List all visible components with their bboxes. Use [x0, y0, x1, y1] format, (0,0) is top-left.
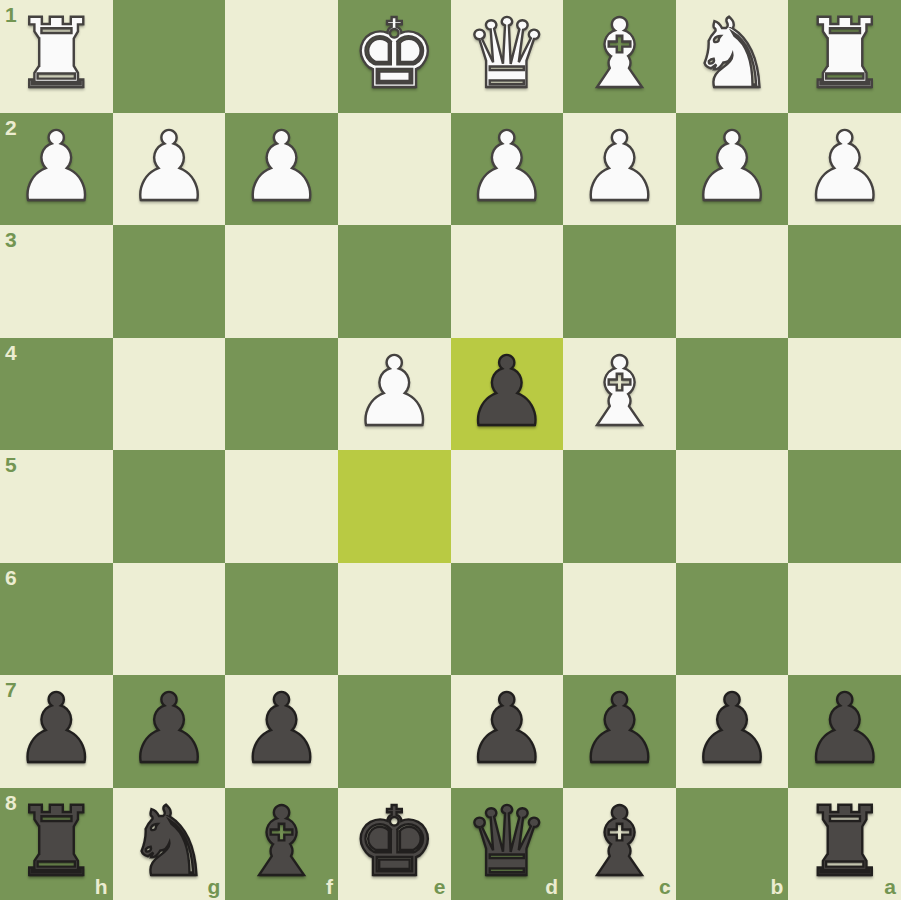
- square-d7[interactable]: ♟: [451, 675, 564, 788]
- square-e6[interactable]: [338, 563, 451, 676]
- rank-label-3: 3: [5, 229, 17, 250]
- square-h2[interactable]: 2♟: [0, 113, 113, 226]
- square-g5[interactable]: [113, 450, 226, 563]
- square-e7[interactable]: [338, 675, 451, 788]
- square-e5[interactable]: [338, 450, 451, 563]
- white-bishop[interactable]: ♝: [576, 344, 662, 440]
- square-e2[interactable]: [338, 113, 451, 226]
- square-d5[interactable]: [451, 450, 564, 563]
- square-e3[interactable]: [338, 225, 451, 338]
- square-c2[interactable]: ♟: [563, 113, 676, 226]
- square-c8[interactable]: c♝: [563, 788, 676, 900]
- square-h5[interactable]: 5: [0, 450, 113, 563]
- white-knight[interactable]: ♞: [689, 6, 775, 102]
- white-pawn[interactable]: ♟: [802, 119, 888, 215]
- black-pawn[interactable]: ♟: [576, 681, 662, 777]
- black-king[interactable]: ♚: [351, 794, 437, 890]
- square-h3[interactable]: 3: [0, 225, 113, 338]
- square-c4[interactable]: ♝: [563, 338, 676, 451]
- square-h6[interactable]: 6: [0, 563, 113, 676]
- square-b2[interactable]: ♟: [676, 113, 789, 226]
- file-label-f: f: [326, 876, 333, 897]
- square-b7[interactable]: ♟: [676, 675, 789, 788]
- white-pawn[interactable]: ♟: [689, 119, 775, 215]
- black-pawn[interactable]: ♟: [13, 681, 99, 777]
- square-a7[interactable]: ♟: [788, 675, 901, 788]
- white-pawn[interactable]: ♟: [13, 119, 99, 215]
- square-b6[interactable]: [676, 563, 789, 676]
- square-a5[interactable]: [788, 450, 901, 563]
- black-bishop[interactable]: ♝: [576, 794, 662, 890]
- square-b5[interactable]: [676, 450, 789, 563]
- white-king[interactable]: ♚: [351, 6, 437, 102]
- square-b4[interactable]: [676, 338, 789, 451]
- square-g4[interactable]: [113, 338, 226, 451]
- square-f8[interactable]: f♝: [225, 788, 338, 900]
- square-h1[interactable]: 1♜: [0, 0, 113, 113]
- square-f7[interactable]: ♟: [225, 675, 338, 788]
- white-rook[interactable]: ♜: [802, 6, 888, 102]
- square-f4[interactable]: [225, 338, 338, 451]
- square-c6[interactable]: [563, 563, 676, 676]
- square-c5[interactable]: [563, 450, 676, 563]
- square-d3[interactable]: [451, 225, 564, 338]
- rank-label-4: 4: [5, 342, 17, 363]
- square-a4[interactable]: [788, 338, 901, 451]
- square-h4[interactable]: 4: [0, 338, 113, 451]
- black-pawn[interactable]: ♟: [464, 681, 550, 777]
- square-f5[interactable]: [225, 450, 338, 563]
- file-label-b: b: [771, 876, 784, 897]
- square-b8[interactable]: b: [676, 788, 789, 900]
- white-bishop[interactable]: ♝: [576, 6, 662, 102]
- square-e4[interactable]: ♟: [338, 338, 451, 451]
- square-d6[interactable]: [451, 563, 564, 676]
- square-f2[interactable]: ♟: [225, 113, 338, 226]
- square-h8[interactable]: 8h♜: [0, 788, 113, 900]
- square-g8[interactable]: g♞: [113, 788, 226, 900]
- white-pawn[interactable]: ♟: [464, 119, 550, 215]
- black-knight[interactable]: ♞: [126, 794, 212, 890]
- square-b3[interactable]: [676, 225, 789, 338]
- white-pawn[interactable]: ♟: [576, 119, 662, 215]
- square-g1[interactable]: [113, 0, 226, 113]
- square-e1[interactable]: ♚: [338, 0, 451, 113]
- square-d4[interactable]: ♟: [451, 338, 564, 451]
- square-a6[interactable]: [788, 563, 901, 676]
- square-f3[interactable]: [225, 225, 338, 338]
- white-pawn[interactable]: ♟: [351, 344, 437, 440]
- black-rook[interactable]: ♜: [13, 794, 99, 890]
- white-rook[interactable]: ♜: [13, 6, 99, 102]
- square-d2[interactable]: ♟: [451, 113, 564, 226]
- chess-board: 1♜♚♛♝♞♜2♟♟♟♟♟♟♟34♟♟♝567♟♟♟♟♟♟♟8h♜g♞f♝e♚d…: [0, 0, 901, 900]
- rank-label-6: 6: [5, 567, 17, 588]
- white-pawn[interactable]: ♟: [126, 119, 212, 215]
- black-pawn[interactable]: ♟: [126, 681, 212, 777]
- square-e8[interactable]: e♚: [338, 788, 451, 900]
- square-g6[interactable]: [113, 563, 226, 676]
- black-pawn[interactable]: ♟: [802, 681, 888, 777]
- square-b1[interactable]: ♞: [676, 0, 789, 113]
- square-g7[interactable]: ♟: [113, 675, 226, 788]
- square-d1[interactable]: ♛: [451, 0, 564, 113]
- square-g3[interactable]: [113, 225, 226, 338]
- square-d8[interactable]: d♛: [451, 788, 564, 900]
- white-pawn[interactable]: ♟: [239, 119, 325, 215]
- square-f1[interactable]: [225, 0, 338, 113]
- square-f6[interactable]: [225, 563, 338, 676]
- white-queen[interactable]: ♛: [464, 6, 550, 102]
- square-g2[interactable]: ♟: [113, 113, 226, 226]
- black-bishop[interactable]: ♝: [239, 794, 325, 890]
- black-queen[interactable]: ♛: [464, 794, 550, 890]
- black-pawn[interactable]: ♟: [689, 681, 775, 777]
- square-a8[interactable]: a♜: [788, 788, 901, 900]
- black-pawn[interactable]: ♟: [239, 681, 325, 777]
- square-h7[interactable]: 7♟: [0, 675, 113, 788]
- rank-label-5: 5: [5, 454, 17, 475]
- square-a2[interactable]: ♟: [788, 113, 901, 226]
- square-c7[interactable]: ♟: [563, 675, 676, 788]
- square-c3[interactable]: [563, 225, 676, 338]
- black-pawn[interactable]: ♟: [464, 344, 550, 440]
- square-a1[interactable]: ♜: [788, 0, 901, 113]
- square-c1[interactable]: ♝: [563, 0, 676, 113]
- square-a3[interactable]: [788, 225, 901, 338]
- black-rook[interactable]: ♜: [802, 794, 888, 890]
